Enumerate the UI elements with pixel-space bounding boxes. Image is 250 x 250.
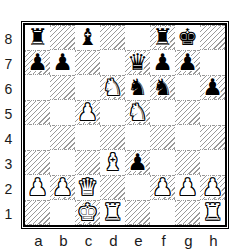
- square-f4[interactable]: [150, 125, 175, 150]
- square-f3[interactable]: [150, 150, 175, 175]
- square-b2[interactable]: ♟: [50, 175, 75, 200]
- square-f2[interactable]: ♟: [150, 175, 175, 200]
- black-pawn-h6[interactable]: ♟: [202, 75, 223, 100]
- square-h3[interactable]: [200, 150, 225, 175]
- black-knight-e6[interactable]: ♞: [127, 75, 148, 100]
- square-h6[interactable]: ♟: [200, 75, 225, 100]
- white-king-c1[interactable]: ♚: [77, 200, 98, 225]
- file-label-f: f: [151, 232, 176, 249]
- square-e1[interactable]: [125, 200, 150, 225]
- white-pawn-b2[interactable]: ♟: [52, 175, 73, 200]
- white-rook-d1[interactable]: ♜: [102, 200, 123, 225]
- white-pawn-a2[interactable]: ♟: [27, 175, 48, 200]
- square-e6[interactable]: ♞: [125, 75, 150, 100]
- file-label-e: e: [126, 232, 151, 249]
- square-d5[interactable]: [100, 100, 125, 125]
- square-c3[interactable]: [75, 150, 100, 175]
- square-c4[interactable]: [75, 125, 100, 150]
- black-pawn-g7[interactable]: ♟: [177, 50, 198, 75]
- square-h2[interactable]: ♟: [200, 175, 225, 200]
- file-label-g: g: [176, 232, 201, 249]
- white-pawn-c5[interactable]: ♟: [77, 100, 98, 125]
- rank-label-3: 3: [0, 151, 17, 176]
- black-pawn-a7[interactable]: ♟: [27, 50, 48, 75]
- white-knight-e5[interactable]: ♞: [127, 100, 148, 125]
- rank-label-7: 7: [0, 51, 17, 76]
- square-a1[interactable]: [25, 200, 50, 225]
- square-e8[interactable]: [125, 25, 150, 50]
- rank-label-5: 5: [0, 101, 17, 126]
- black-king-g8[interactable]: ♚: [177, 25, 198, 50]
- rank-label-4: 4: [0, 126, 17, 151]
- board-frame: ♜♝♜♚♟♟♛♟♟♞♞♞♟♟♞♝♟♟♟♛♟♟♟♚♜♜: [21, 21, 229, 229]
- chess-diagram: 87654321 ♜♝♜♚♟♟♛♟♟♞♞♞♟♟♞♝♟♟♟♛♟♟♟♚♜♜ abcd…: [0, 0, 250, 250]
- square-c2[interactable]: ♛: [75, 175, 100, 200]
- square-f7[interactable]: ♟: [150, 50, 175, 75]
- file-label-a: a: [26, 232, 51, 249]
- file-label-d: d: [101, 232, 126, 249]
- square-g5[interactable]: [175, 100, 200, 125]
- square-b1[interactable]: [50, 200, 75, 225]
- chess-board: ♜♝♜♚♟♟♛♟♟♞♞♞♟♟♞♝♟♟♟♛♟♟♟♚♜♜: [23, 23, 227, 227]
- square-e3[interactable]: ♟: [125, 150, 150, 175]
- square-b7[interactable]: ♟: [50, 50, 75, 75]
- square-h8[interactable]: [200, 25, 225, 50]
- black-knight-f6[interactable]: ♞: [152, 75, 173, 100]
- square-c1[interactable]: ♚: [75, 200, 100, 225]
- square-g7[interactable]: ♟: [175, 50, 200, 75]
- white-queen-c2[interactable]: ♛: [77, 175, 98, 200]
- square-g3[interactable]: [175, 150, 200, 175]
- square-e2[interactable]: [125, 175, 150, 200]
- square-a6[interactable]: [25, 75, 50, 100]
- rank-labels: 87654321: [0, 26, 17, 226]
- white-pawn-h2[interactable]: ♟: [202, 175, 223, 200]
- square-f8[interactable]: ♜: [150, 25, 175, 50]
- square-g6[interactable]: [175, 75, 200, 100]
- white-bishop-d3[interactable]: ♝: [102, 150, 123, 175]
- square-b3[interactable]: [50, 150, 75, 175]
- square-d1[interactable]: ♜: [100, 200, 125, 225]
- square-c6[interactable]: [75, 75, 100, 100]
- square-c8[interactable]: ♝: [75, 25, 100, 50]
- square-h4[interactable]: [200, 125, 225, 150]
- square-a3[interactable]: [25, 150, 50, 175]
- square-f1[interactable]: [150, 200, 175, 225]
- rank-label-2: 2: [0, 176, 17, 201]
- black-pawn-e3[interactable]: ♟: [127, 150, 148, 175]
- square-a7[interactable]: ♟: [25, 50, 50, 75]
- square-g2[interactable]: ♟: [175, 175, 200, 200]
- black-pawn-f7[interactable]: ♟: [152, 50, 173, 75]
- square-f6[interactable]: ♞: [150, 75, 175, 100]
- white-knight-d6[interactable]: ♞: [102, 75, 123, 100]
- square-a5[interactable]: [25, 100, 50, 125]
- square-d2[interactable]: [100, 175, 125, 200]
- white-pawn-f2[interactable]: ♟: [152, 175, 173, 200]
- square-b4[interactable]: [50, 125, 75, 150]
- square-e4[interactable]: [125, 125, 150, 150]
- rank-label-1: 1: [0, 201, 17, 226]
- square-c5[interactable]: ♟: [75, 100, 100, 125]
- square-d7[interactable]: [100, 50, 125, 75]
- square-e5[interactable]: ♞: [125, 100, 150, 125]
- square-g1[interactable]: [175, 200, 200, 225]
- white-pawn-g2[interactable]: ♟: [177, 175, 198, 200]
- square-a2[interactable]: ♟: [25, 175, 50, 200]
- file-label-b: b: [51, 232, 76, 249]
- black-rook-a8[interactable]: ♜: [27, 25, 48, 50]
- square-b5[interactable]: [50, 100, 75, 125]
- file-labels: abcdefgh: [26, 232, 226, 249]
- square-d4[interactable]: [100, 125, 125, 150]
- square-g8[interactable]: ♚: [175, 25, 200, 50]
- white-rook-h1[interactable]: ♜: [202, 200, 223, 225]
- square-c7[interactable]: [75, 50, 100, 75]
- square-a8[interactable]: ♜: [25, 25, 50, 50]
- square-d6[interactable]: ♞: [100, 75, 125, 100]
- square-h1[interactable]: ♜: [200, 200, 225, 225]
- black-rook-f8[interactable]: ♜: [152, 25, 173, 50]
- square-b8[interactable]: [50, 25, 75, 50]
- file-label-h: h: [201, 232, 226, 249]
- square-e7[interactable]: ♛: [125, 50, 150, 75]
- rank-label-8: 8: [0, 26, 17, 51]
- file-label-c: c: [76, 232, 101, 249]
- square-a4[interactable]: [25, 125, 50, 150]
- square-g4[interactable]: [175, 125, 200, 150]
- square-h5[interactable]: [200, 100, 225, 125]
- rank-label-6: 6: [0, 76, 17, 101]
- square-f5[interactable]: [150, 100, 175, 125]
- black-bishop-c8[interactable]: ♝: [77, 25, 98, 50]
- square-d8[interactable]: [100, 25, 125, 50]
- square-h7[interactable]: [200, 50, 225, 75]
- black-queen-e7[interactable]: ♛: [127, 50, 148, 75]
- black-pawn-b7[interactable]: ♟: [52, 50, 73, 75]
- square-d3[interactable]: ♝: [100, 150, 125, 175]
- square-b6[interactable]: [50, 75, 75, 100]
